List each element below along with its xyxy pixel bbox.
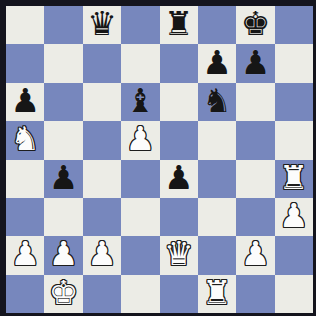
square-b1[interactable]: ♚ — [44, 275, 82, 313]
square-a5[interactable]: ♞ — [6, 121, 44, 159]
square-a3[interactable] — [6, 198, 44, 236]
square-c5[interactable] — [83, 121, 121, 159]
piece-black-knight[interactable]: ♞ — [202, 83, 232, 120]
square-g8[interactable]: ♚ — [236, 6, 274, 44]
square-d6[interactable]: ♝ — [121, 83, 159, 121]
square-c2[interactable]: ♟ — [83, 236, 121, 274]
square-e5[interactable] — [160, 121, 198, 159]
square-e8[interactable]: ♜ — [160, 6, 198, 44]
square-f5[interactable] — [198, 121, 236, 159]
board-frame: ♛♜♚♟♟♟♝♞♞♟♟♟♜♟♟♟♟♛♟♚♜ — [0, 0, 316, 316]
piece-white-pawn[interactable]: ♟ — [241, 236, 271, 273]
square-d5[interactable]: ♟ — [121, 121, 159, 159]
square-d2[interactable] — [121, 236, 159, 274]
square-a6[interactable]: ♟ — [6, 83, 44, 121]
piece-black-pawn[interactable]: ♟ — [164, 160, 194, 197]
chess-board: ♛♜♚♟♟♟♝♞♞♟♟♟♜♟♟♟♟♛♟♚♜ — [6, 6, 313, 313]
square-f7[interactable]: ♟ — [198, 44, 236, 82]
square-h4[interactable]: ♜ — [275, 160, 313, 198]
square-e3[interactable] — [160, 198, 198, 236]
square-f2[interactable] — [198, 236, 236, 274]
square-e6[interactable] — [160, 83, 198, 121]
square-h5[interactable] — [275, 121, 313, 159]
square-c7[interactable] — [83, 44, 121, 82]
square-g2[interactable]: ♟ — [236, 236, 274, 274]
piece-black-queen[interactable]: ♛ — [87, 6, 117, 43]
square-e1[interactable] — [160, 275, 198, 313]
square-b8[interactable] — [44, 6, 82, 44]
square-a4[interactable] — [6, 160, 44, 198]
piece-white-pawn[interactable]: ♟ — [126, 121, 156, 158]
piece-white-pawn[interactable]: ♟ — [87, 236, 117, 273]
square-f1[interactable]: ♜ — [198, 275, 236, 313]
square-e2[interactable]: ♛ — [160, 236, 198, 274]
square-g6[interactable] — [236, 83, 274, 121]
square-h7[interactable] — [275, 44, 313, 82]
square-c8[interactable]: ♛ — [83, 6, 121, 44]
square-e4[interactable]: ♟ — [160, 160, 198, 198]
square-h6[interactable] — [275, 83, 313, 121]
piece-black-pawn[interactable]: ♟ — [241, 44, 271, 81]
square-d7[interactable] — [121, 44, 159, 82]
piece-white-queen[interactable]: ♛ — [164, 236, 194, 273]
square-g5[interactable] — [236, 121, 274, 159]
square-c6[interactable] — [83, 83, 121, 121]
square-d3[interactable] — [121, 198, 159, 236]
square-b5[interactable] — [44, 121, 82, 159]
piece-black-bishop[interactable]: ♝ — [126, 83, 156, 120]
square-d8[interactable] — [121, 6, 159, 44]
square-a1[interactable] — [6, 275, 44, 313]
square-c4[interactable] — [83, 160, 121, 198]
square-a8[interactable] — [6, 6, 44, 44]
square-c1[interactable] — [83, 275, 121, 313]
square-a2[interactable]: ♟ — [6, 236, 44, 274]
square-g4[interactable] — [236, 160, 274, 198]
piece-white-rook[interactable]: ♜ — [202, 275, 232, 312]
square-b4[interactable]: ♟ — [44, 160, 82, 198]
piece-white-rook[interactable]: ♜ — [279, 160, 309, 197]
square-c3[interactable] — [83, 198, 121, 236]
square-g1[interactable] — [236, 275, 274, 313]
square-d4[interactable] — [121, 160, 159, 198]
square-f6[interactable]: ♞ — [198, 83, 236, 121]
square-f3[interactable] — [198, 198, 236, 236]
piece-white-king[interactable]: ♚ — [49, 275, 79, 312]
square-b3[interactable] — [44, 198, 82, 236]
square-d1[interactable] — [121, 275, 159, 313]
piece-white-pawn[interactable]: ♟ — [279, 198, 309, 235]
piece-black-king[interactable]: ♚ — [241, 6, 271, 43]
square-b6[interactable] — [44, 83, 82, 121]
square-h8[interactable] — [275, 6, 313, 44]
square-h1[interactable] — [275, 275, 313, 313]
square-g7[interactable]: ♟ — [236, 44, 274, 82]
piece-white-pawn[interactable]: ♟ — [49, 236, 79, 273]
square-b2[interactable]: ♟ — [44, 236, 82, 274]
square-h3[interactable]: ♟ — [275, 198, 313, 236]
square-e7[interactable] — [160, 44, 198, 82]
square-f4[interactable] — [198, 160, 236, 198]
piece-black-pawn[interactable]: ♟ — [10, 83, 40, 120]
square-a7[interactable] — [6, 44, 44, 82]
piece-black-rook[interactable]: ♜ — [164, 6, 194, 43]
piece-white-knight[interactable]: ♞ — [10, 121, 40, 158]
square-b7[interactable] — [44, 44, 82, 82]
square-f8[interactable] — [198, 6, 236, 44]
square-g3[interactable] — [236, 198, 274, 236]
square-h2[interactable] — [275, 236, 313, 274]
piece-black-pawn[interactable]: ♟ — [202, 44, 232, 81]
piece-black-pawn[interactable]: ♟ — [49, 160, 79, 197]
piece-white-pawn[interactable]: ♟ — [10, 236, 40, 273]
